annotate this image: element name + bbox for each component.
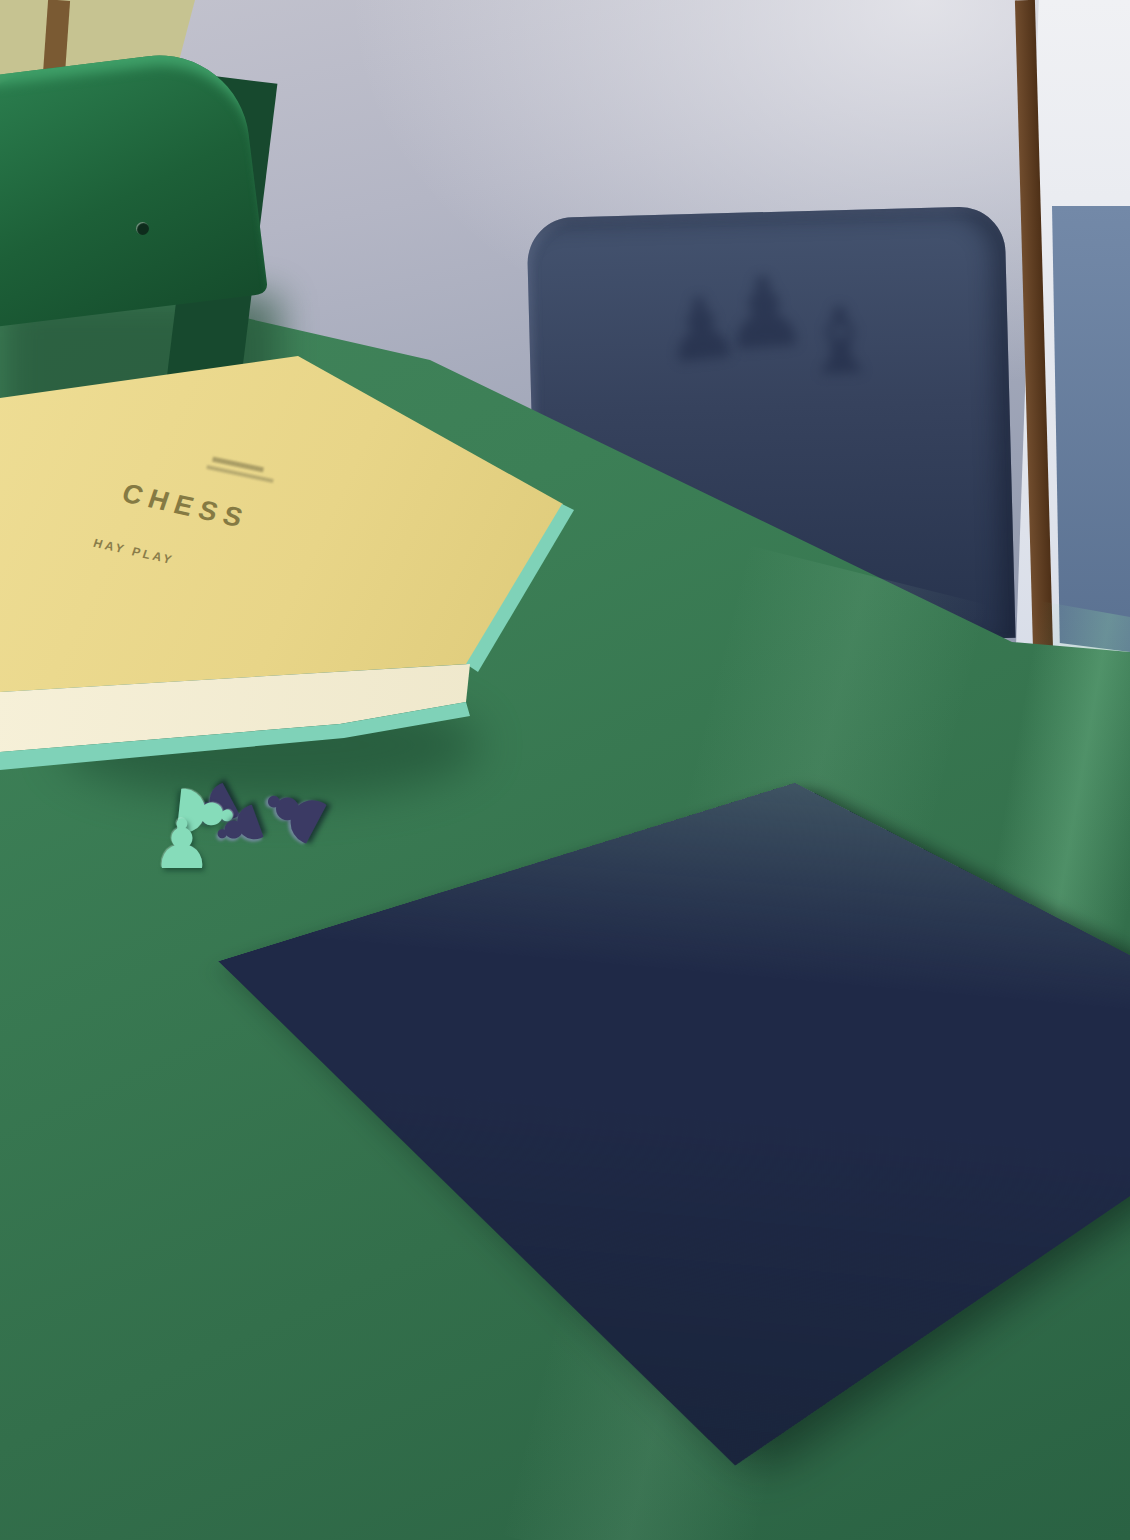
green-chair-back [0, 45, 268, 328]
photo-scene: ♟♟♝ CHESS HAY PLAY ♜♞♚♛♞♜♝♟♟♝♟♟♞♟♝♝♛♟♞♚ … [0, 0, 1130, 1540]
chair-screw-hole [136, 222, 149, 235]
window-blue-panel [1052, 206, 1130, 652]
